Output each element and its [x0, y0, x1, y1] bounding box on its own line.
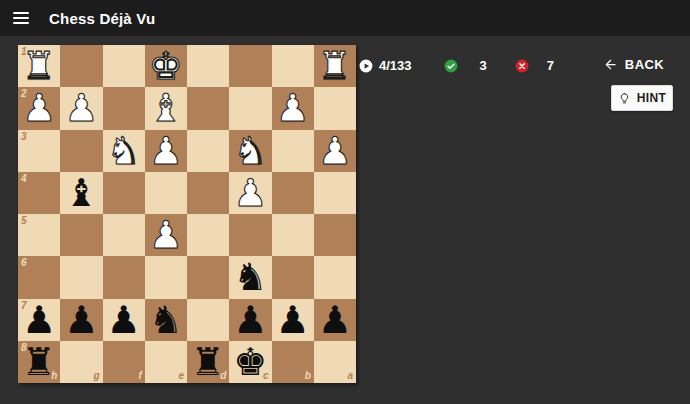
file-label: e [178, 371, 184, 381]
square-c6[interactable]: ♞ [229, 256, 271, 298]
black-knight[interactable]: ♞ [233, 258, 267, 296]
square-f2[interactable] [103, 87, 145, 129]
square-a1[interactable]: ♜ [314, 45, 356, 87]
square-g4[interactable]: ♝ [60, 172, 102, 214]
hint-button[interactable]: HINT [611, 85, 673, 111]
black-rook[interactable]: ♜ [22, 343, 56, 381]
rank-label: 3 [21, 132, 27, 142]
square-g1[interactable] [60, 45, 102, 87]
square-f7[interactable]: ♟ [103, 299, 145, 341]
square-d5[interactable] [187, 214, 229, 256]
white-king[interactable]: ♚ [149, 47, 183, 85]
square-h3[interactable]: 3 [18, 130, 60, 172]
square-h6[interactable]: 6 [18, 256, 60, 298]
main-area: 1♜♚♜2♟♟♝♟3♞♟♞♟4♝♟5♟6♞7♟♟♟♞♟♟♟8h♜gfed♜c♚b… [0, 36, 690, 383]
rank-label: 5 [21, 216, 27, 226]
square-b3[interactable] [272, 130, 314, 172]
white-pawn[interactable]: ♟ [276, 89, 310, 127]
black-pawn[interactable]: ♟ [318, 301, 352, 339]
square-e5[interactable]: ♟ [145, 214, 187, 256]
square-h4[interactable]: 4 [18, 172, 60, 214]
square-f8[interactable]: f [103, 341, 145, 383]
square-d7[interactable] [187, 299, 229, 341]
side-panel: 4/133 3 7 BACK HINT [356, 45, 690, 383]
square-g6[interactable] [60, 256, 102, 298]
square-c5[interactable] [229, 214, 271, 256]
square-f4[interactable] [103, 172, 145, 214]
white-pawn[interactable]: ♟ [318, 132, 352, 170]
white-pawn[interactable]: ♟ [149, 132, 183, 170]
square-g3[interactable] [60, 130, 102, 172]
square-a5[interactable] [314, 214, 356, 256]
square-a6[interactable] [314, 256, 356, 298]
square-b8[interactable]: b [272, 341, 314, 383]
white-knight[interactable]: ♞ [233, 132, 267, 170]
square-c7[interactable]: ♟ [229, 299, 271, 341]
file-label: b [305, 371, 311, 381]
square-a2[interactable] [314, 87, 356, 129]
square-e1[interactable]: ♚ [145, 45, 187, 87]
back-arrow-icon [603, 57, 618, 72]
rank-label: 6 [21, 258, 27, 268]
file-label: a [347, 371, 353, 381]
hamburger-bar [13, 17, 29, 19]
rank-label: 4 [21, 174, 27, 184]
square-g8[interactable]: g [60, 341, 102, 383]
square-h7[interactable]: 7♟ [18, 299, 60, 341]
white-pawn[interactable]: ♟ [149, 216, 183, 254]
white-knight[interactable]: ♞ [107, 132, 141, 170]
square-f6[interactable] [103, 256, 145, 298]
black-pawn[interactable]: ♟ [233, 301, 267, 339]
square-e4[interactable] [145, 172, 187, 214]
square-c1[interactable] [229, 45, 271, 87]
back-button-label: BACK [625, 57, 664, 72]
square-g2[interactable]: ♟ [60, 87, 102, 129]
square-e3[interactable]: ♟ [145, 130, 187, 172]
lightbulb-icon [618, 92, 631, 105]
square-f1[interactable] [103, 45, 145, 87]
app-bar: Chess Déjà Vu [0, 0, 690, 36]
black-pawn[interactable]: ♟ [276, 301, 310, 339]
menu-hamburger-icon[interactable] [13, 9, 29, 27]
square-f3[interactable]: ♞ [103, 130, 145, 172]
square-a7[interactable]: ♟ [314, 299, 356, 341]
white-bishop[interactable]: ♝ [149, 89, 183, 127]
chess-board: 1♜♚♜2♟♟♝♟3♞♟♞♟4♝♟5♟6♞7♟♟♟♞♟♟♟8h♜gfed♜c♚b… [18, 45, 356, 383]
square-e6[interactable] [145, 256, 187, 298]
black-pawn[interactable]: ♟ [22, 301, 56, 339]
square-b1[interactable] [272, 45, 314, 87]
file-label: g [93, 371, 99, 381]
black-bishop[interactable]: ♝ [64, 174, 98, 212]
square-c4[interactable]: ♟ [229, 172, 271, 214]
file-label: f [138, 371, 141, 381]
progress-count: 4/133 [379, 58, 412, 73]
white-pawn[interactable]: ♟ [64, 89, 98, 127]
black-king[interactable]: ♚ [233, 343, 267, 381]
black-pawn[interactable]: ♟ [107, 301, 141, 339]
white-rook[interactable]: ♜ [318, 47, 352, 85]
square-e2[interactable]: ♝ [145, 87, 187, 129]
square-b6[interactable] [272, 256, 314, 298]
hint-button-label: HINT [637, 91, 667, 105]
hamburger-bar [13, 22, 29, 24]
square-b7[interactable]: ♟ [272, 299, 314, 341]
square-e8[interactable]: e [145, 341, 187, 383]
square-c8[interactable]: c♚ [229, 341, 271, 383]
square-c2[interactable] [229, 87, 271, 129]
white-pawn[interactable]: ♟ [22, 89, 56, 127]
square-d1[interactable] [187, 45, 229, 87]
square-a4[interactable] [314, 172, 356, 214]
square-e7[interactable]: ♞ [145, 299, 187, 341]
square-b5[interactable] [272, 214, 314, 256]
square-d8[interactable]: d♜ [187, 341, 229, 383]
white-rook[interactable]: ♜ [22, 47, 56, 85]
square-a3[interactable]: ♟ [314, 130, 356, 172]
x-circle-icon [515, 59, 529, 73]
square-d6[interactable] [187, 256, 229, 298]
back-button[interactable]: BACK [603, 57, 664, 72]
square-f5[interactable] [103, 214, 145, 256]
play-circle-icon [359, 59, 373, 73]
black-rook[interactable]: ♜ [191, 343, 225, 381]
square-d2[interactable] [187, 87, 229, 129]
hamburger-bar [13, 12, 29, 14]
square-d3[interactable] [187, 130, 229, 172]
square-g7[interactable]: ♟ [60, 299, 102, 341]
square-a8[interactable]: a [314, 341, 356, 383]
white-pawn[interactable]: ♟ [233, 174, 267, 212]
square-h1[interactable]: 1♜ [18, 45, 60, 87]
square-d4[interactable] [187, 172, 229, 214]
square-g5[interactable] [60, 214, 102, 256]
square-h5[interactable]: 5 [18, 214, 60, 256]
black-knight[interactable]: ♞ [149, 301, 183, 339]
square-h2[interactable]: 2♟ [18, 87, 60, 129]
failed-count: 7 [547, 58, 554, 73]
black-pawn[interactable]: ♟ [64, 301, 98, 339]
square-b2[interactable]: ♟ [272, 87, 314, 129]
square-c3[interactable]: ♞ [229, 130, 271, 172]
square-h8[interactable]: 8h♜ [18, 341, 60, 383]
solved-count: 3 [480, 58, 487, 73]
check-circle-icon [444, 59, 458, 73]
square-b4[interactable] [272, 172, 314, 214]
page-title: Chess Déjà Vu [49, 10, 155, 27]
